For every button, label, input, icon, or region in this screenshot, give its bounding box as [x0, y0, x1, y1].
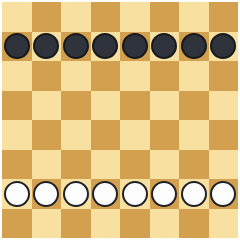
square-h6[interactable] [209, 61, 239, 91]
white-man-piece[interactable]: ⛀ [210, 181, 236, 207]
square-g3[interactable] [179, 150, 209, 180]
square-c7[interactable]: ⛂ [61, 32, 91, 62]
square-d7[interactable]: ⛂ [91, 32, 121, 62]
square-g4[interactable] [179, 120, 209, 150]
square-c8[interactable] [61, 2, 91, 32]
square-c2[interactable]: ⛀ [61, 179, 91, 209]
square-e7[interactable]: ⛂ [120, 32, 150, 62]
black-man-piece[interactable]: ⛂ [151, 33, 177, 59]
square-g7[interactable]: ⛂ [179, 32, 209, 62]
square-c1[interactable] [61, 209, 91, 239]
square-g2[interactable]: ⛀ [179, 179, 209, 209]
white-man-piece[interactable]: ⛀ [151, 181, 177, 207]
square-a2[interactable]: ⛀ [2, 179, 32, 209]
square-d2[interactable]: ⛀ [91, 179, 121, 209]
square-c5[interactable] [61, 91, 91, 121]
square-h4[interactable] [209, 120, 239, 150]
board: ⛂⛂⛂⛂⛂⛂⛂⛂⛀⛀⛀⛀⛀⛀⛀⛀ [2, 2, 238, 238]
white-man-piece[interactable]: ⛀ [122, 181, 148, 207]
square-a4[interactable] [2, 120, 32, 150]
black-man-piece[interactable]: ⛂ [181, 33, 207, 59]
square-f5[interactable] [150, 91, 180, 121]
square-e4[interactable] [120, 120, 150, 150]
square-f4[interactable] [150, 120, 180, 150]
square-c3[interactable] [61, 150, 91, 180]
square-g1[interactable] [179, 209, 209, 239]
square-h2[interactable]: ⛀ [209, 179, 239, 209]
square-f1[interactable] [150, 209, 180, 239]
square-h8[interactable] [209, 2, 239, 32]
square-f7[interactable]: ⛂ [150, 32, 180, 62]
square-d1[interactable] [91, 209, 121, 239]
square-b3[interactable] [32, 150, 62, 180]
square-a1[interactable] [2, 209, 32, 239]
square-d4[interactable] [91, 120, 121, 150]
white-man-piece[interactable]: ⛀ [92, 181, 118, 207]
square-d8[interactable] [91, 2, 121, 32]
square-a5[interactable] [2, 91, 32, 121]
square-h5[interactable] [209, 91, 239, 121]
square-b8[interactable] [32, 2, 62, 32]
square-a3[interactable] [2, 150, 32, 180]
square-d5[interactable] [91, 91, 121, 121]
white-man-piece[interactable]: ⛀ [4, 181, 30, 207]
square-g6[interactable] [179, 61, 209, 91]
square-b2[interactable]: ⛀ [32, 179, 62, 209]
square-a8[interactable] [2, 2, 32, 32]
square-e1[interactable] [120, 209, 150, 239]
square-e6[interactable] [120, 61, 150, 91]
square-b4[interactable] [32, 120, 62, 150]
square-h1[interactable] [209, 209, 239, 239]
square-f8[interactable] [150, 2, 180, 32]
square-f6[interactable] [150, 61, 180, 91]
square-b6[interactable] [32, 61, 62, 91]
black-man-piece[interactable]: ⛂ [63, 33, 89, 59]
square-a7[interactable]: ⛂ [2, 32, 32, 62]
square-c4[interactable] [61, 120, 91, 150]
square-g8[interactable] [179, 2, 209, 32]
black-man-piece[interactable]: ⛂ [122, 33, 148, 59]
white-man-piece[interactable]: ⛀ [181, 181, 207, 207]
square-c6[interactable] [61, 61, 91, 91]
square-f2[interactable]: ⛀ [150, 179, 180, 209]
white-man-piece[interactable]: ⛀ [63, 181, 89, 207]
square-h7[interactable]: ⛂ [209, 32, 239, 62]
square-b5[interactable] [32, 91, 62, 121]
square-d6[interactable] [91, 61, 121, 91]
square-f3[interactable] [150, 150, 180, 180]
white-man-piece[interactable]: ⛀ [33, 181, 59, 207]
black-man-piece[interactable]: ⛂ [33, 33, 59, 59]
black-man-piece[interactable]: ⛂ [210, 33, 236, 59]
square-a6[interactable] [2, 61, 32, 91]
square-b1[interactable] [32, 209, 62, 239]
black-man-piece[interactable]: ⛂ [92, 33, 118, 59]
black-man-piece[interactable]: ⛂ [4, 33, 30, 59]
square-e8[interactable] [120, 2, 150, 32]
square-h3[interactable] [209, 150, 239, 180]
square-d3[interactable] [91, 150, 121, 180]
square-b7[interactable]: ⛂ [32, 32, 62, 62]
square-e5[interactable] [120, 91, 150, 121]
square-g5[interactable] [179, 91, 209, 121]
square-e2[interactable]: ⛀ [120, 179, 150, 209]
square-e3[interactable] [120, 150, 150, 180]
